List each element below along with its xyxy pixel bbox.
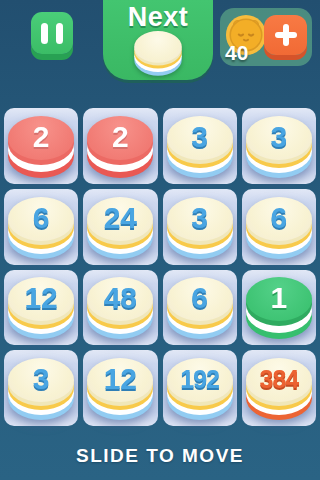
- board-cell: 12: [4, 270, 78, 346]
- tile-value: 1: [246, 276, 312, 320]
- board-cell: 12: [83, 350, 157, 426]
- tile-value: 2: [8, 115, 74, 159]
- board-grid[interactable]: 223362436124861312192384: [4, 108, 316, 426]
- pause-icon: [56, 23, 63, 44]
- board-cell: 6: [163, 270, 237, 346]
- tile-cookie[interactable]: 3: [246, 116, 312, 178]
- slide-hint: SLIDE TO MOVE: [0, 445, 320, 467]
- cookie: [134, 31, 182, 76]
- tile-value: 12: [87, 357, 153, 401]
- tile-cookie[interactable]: 6: [246, 197, 312, 259]
- coin-panel: 40: [220, 8, 312, 66]
- tile-value: 6: [167, 276, 233, 320]
- tile-value: 24: [87, 196, 153, 240]
- tile-cookie[interactable]: 3: [167, 116, 233, 178]
- tile-value: 3: [167, 196, 233, 240]
- tile-cookie[interactable]: 384: [246, 358, 312, 420]
- board-cell: 48: [83, 270, 157, 346]
- board-cell: 3: [4, 350, 78, 426]
- tile-cookie[interactable]: 48: [87, 277, 153, 339]
- tile-cookie[interactable]: 192: [167, 358, 233, 420]
- board-cell: 3: [163, 189, 237, 265]
- next-cookie-preview: [125, 31, 191, 77]
- tile-cookie[interactable]: 1: [246, 277, 312, 339]
- tile-cookie[interactable]: 12: [87, 358, 153, 420]
- tile-cookie[interactable]: 12: [8, 277, 74, 339]
- tile-value: 3: [246, 115, 312, 159]
- tile-value: 48: [87, 276, 153, 320]
- tile-value: 12: [8, 276, 74, 320]
- next-label: Next: [128, 2, 189, 33]
- pause-button[interactable]: [31, 12, 73, 54]
- board-cell: 6: [242, 189, 316, 265]
- board-cell: 24: [83, 189, 157, 265]
- tile-cookie[interactable]: 6: [167, 277, 233, 339]
- tile-value: 3: [167, 115, 233, 159]
- cookie-layer: [134, 31, 182, 63]
- tile-cookie[interactable]: 2: [8, 116, 74, 178]
- next-tile-panel: Next: [103, 0, 213, 80]
- plus-icon: [283, 24, 289, 46]
- tile-value: 384: [246, 357, 312, 401]
- add-coins-button[interactable]: [264, 15, 307, 55]
- board-cell: 6: [4, 189, 78, 265]
- board-cell: 3: [242, 108, 316, 184]
- tile-value: 3: [8, 357, 74, 401]
- tile-cookie[interactable]: 6: [8, 197, 74, 259]
- tile-cookie[interactable]: 3: [167, 197, 233, 259]
- tile-value: 6: [246, 196, 312, 240]
- board-cell: 192: [163, 350, 237, 426]
- tile-cookie[interactable]: 3: [8, 358, 74, 420]
- coin-count: 40: [225, 41, 248, 65]
- tile-value: 192: [167, 357, 233, 401]
- board-cell: 2: [4, 108, 78, 184]
- tile-value: 2: [87, 115, 153, 159]
- board-cell: 2: [83, 108, 157, 184]
- board-cell: 3: [163, 108, 237, 184]
- tile-cookie[interactable]: 24: [87, 197, 153, 259]
- pause-icon: [41, 23, 48, 44]
- board-cell: 1: [242, 270, 316, 346]
- game-screen: Next 40 223362436124861312192384 SLIDE T…: [0, 0, 320, 480]
- board-cell: 384: [242, 350, 316, 426]
- tile-value: 6: [8, 196, 74, 240]
- tile-cookie[interactable]: 2: [87, 116, 153, 178]
